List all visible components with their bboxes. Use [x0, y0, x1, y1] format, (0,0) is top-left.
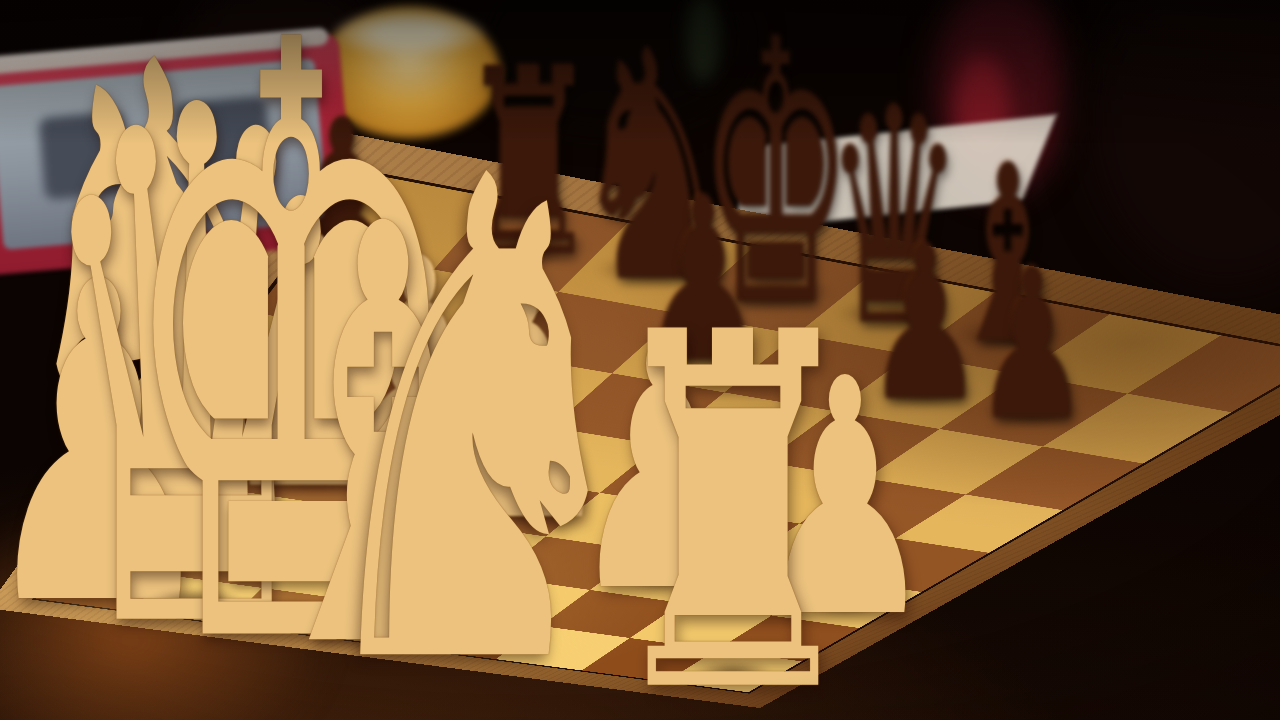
clock-dial-right — [174, 95, 272, 188]
scoresheet-paper — [728, 115, 1056, 232]
clock-dial-left — [38, 111, 130, 200]
chess-clock — [0, 32, 357, 276]
clock-face — [0, 58, 329, 250]
spectator-silhouette-right — [1085, 0, 1280, 290]
scene: ♜♞♚♛♝♟♟♟♟♟♟♟♞♟♟♟♛♚♝♞♜ — [0, 0, 1280, 720]
